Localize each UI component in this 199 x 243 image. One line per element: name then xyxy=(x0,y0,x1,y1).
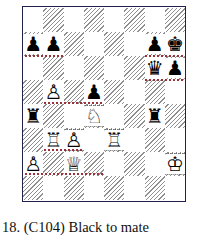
square-e6 xyxy=(104,56,124,80)
spellcheck-squiggle xyxy=(23,173,104,176)
square-b4 xyxy=(43,104,63,128)
black-pawn-piece: ♟ xyxy=(44,34,62,54)
square-h8 xyxy=(165,8,185,32)
square-b5: ♙ xyxy=(43,80,63,104)
black-king-piece: ♚ xyxy=(166,34,184,54)
square-h4 xyxy=(165,104,185,128)
square-c4 xyxy=(64,104,84,128)
square-d8 xyxy=(84,8,104,32)
square-f3 xyxy=(124,128,144,152)
square-a6 xyxy=(23,56,43,80)
square-c7 xyxy=(64,32,84,56)
square-e1 xyxy=(104,176,124,200)
square-f2 xyxy=(124,152,144,176)
square-b6 xyxy=(43,56,63,80)
spellcheck-squiggle xyxy=(143,79,185,82)
square-e4 xyxy=(104,104,124,128)
square-c8 xyxy=(64,8,84,32)
white-pawn-piece: ♙ xyxy=(64,130,84,150)
square-h6: ♟ xyxy=(165,56,185,80)
black-pawn-piece: ♟ xyxy=(145,34,165,54)
square-b7: ♟ xyxy=(43,32,63,56)
square-f1 xyxy=(124,176,144,200)
white-queen-piece: ♕ xyxy=(65,154,83,174)
white-king-piece: ♔ xyxy=(165,154,185,174)
square-f7 xyxy=(124,32,144,56)
square-g7: ♟ xyxy=(145,32,165,56)
white-pawn-piece: ♙ xyxy=(44,82,62,102)
square-d5: ♟ xyxy=(84,80,104,104)
white-rook-piece: ♖ xyxy=(44,130,62,150)
spellcheck-squiggle xyxy=(143,55,185,58)
square-d6 xyxy=(84,56,104,80)
black-rook-piece: ♜ xyxy=(146,106,164,126)
square-a4: ♜ xyxy=(23,104,43,128)
square-a1 xyxy=(23,176,43,200)
square-a3 xyxy=(23,128,43,152)
square-h5 xyxy=(165,80,185,104)
square-g3 xyxy=(145,128,165,152)
square-e5 xyxy=(104,80,124,104)
square-a7: ♟ xyxy=(23,32,43,56)
black-pawn-piece: ♟ xyxy=(85,82,103,102)
square-d3 xyxy=(84,128,104,152)
square-d4: ♘ xyxy=(84,104,104,128)
square-b1 xyxy=(43,176,63,200)
square-e7 xyxy=(104,32,124,56)
black-pawn-piece: ♟ xyxy=(165,58,185,78)
square-d7 xyxy=(84,32,104,56)
chess-diagram: ♟♟♟♚♛♟♙♟♜♘♜♖♙♖♙♕♔ 18. (C104) Black to ma… xyxy=(0,0,199,243)
square-a5 xyxy=(23,80,43,104)
spellcheck-squiggle xyxy=(42,102,103,105)
spellcheck-squiggle xyxy=(42,149,83,152)
square-h3 xyxy=(165,128,185,152)
diagram-caption: 18. (C104) Black to mate xyxy=(2,219,149,236)
square-f8 xyxy=(124,8,144,32)
white-pawn-piece: ♙ xyxy=(24,154,42,174)
square-c6 xyxy=(64,56,84,80)
square-d1 xyxy=(84,176,104,200)
square-f6 xyxy=(124,56,144,80)
white-knight-piece: ♘ xyxy=(84,106,104,126)
square-g4: ♜ xyxy=(145,104,165,128)
square-h7: ♚ xyxy=(165,32,185,56)
square-c1 xyxy=(64,176,84,200)
square-c5 xyxy=(64,80,84,104)
black-queen-piece: ♛ xyxy=(146,58,164,78)
square-g8 xyxy=(145,8,165,32)
square-f4 xyxy=(124,104,144,128)
square-e3: ♖ xyxy=(104,128,124,152)
square-g2 xyxy=(145,152,165,176)
square-h1 xyxy=(165,176,185,200)
square-e8 xyxy=(104,8,124,32)
black-rook-piece: ♜ xyxy=(24,106,42,126)
square-g6: ♛ xyxy=(145,56,165,80)
square-a8 xyxy=(23,8,43,32)
square-e2 xyxy=(104,152,124,176)
square-g5 xyxy=(145,80,165,104)
white-rook-piece: ♖ xyxy=(104,130,124,150)
square-g1 xyxy=(145,176,165,200)
square-f5 xyxy=(124,80,144,104)
square-b8 xyxy=(43,8,63,32)
spellcheck-squiggle xyxy=(23,55,63,58)
square-h2: ♔ xyxy=(165,152,185,176)
black-pawn-piece: ♟ xyxy=(23,34,43,54)
